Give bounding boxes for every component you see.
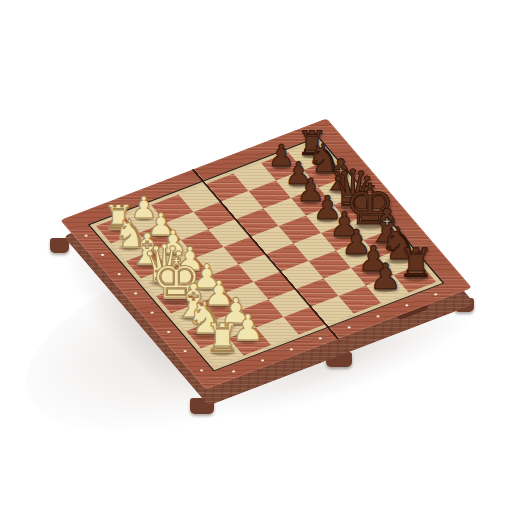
inlay-dot xyxy=(167,331,171,333)
inlay-dot xyxy=(150,311,154,313)
chess-set-photo: ♜♞♝♛♚♝♞♜♟♟♟♟♟♟♟♟♟♟♟♟♟♟♟♟♜♞♝♛♚♝♞♜ xyxy=(0,0,510,510)
inlay-dot xyxy=(200,369,204,371)
inlay-dot xyxy=(434,293,438,295)
board-frame xyxy=(60,118,472,390)
inlay-dot xyxy=(289,348,293,350)
inlay-dot xyxy=(84,234,88,236)
inlay-dot xyxy=(232,370,236,372)
inlay-dot xyxy=(347,326,351,328)
inlay-dot xyxy=(376,315,380,317)
inlay-dot xyxy=(318,337,322,339)
inlay-dot xyxy=(260,359,264,361)
inlay-dot xyxy=(183,350,187,352)
inlay-dot xyxy=(405,304,409,306)
inlay-dot xyxy=(117,273,121,275)
inlay-dot xyxy=(134,292,138,294)
inlay-dot xyxy=(101,254,105,256)
